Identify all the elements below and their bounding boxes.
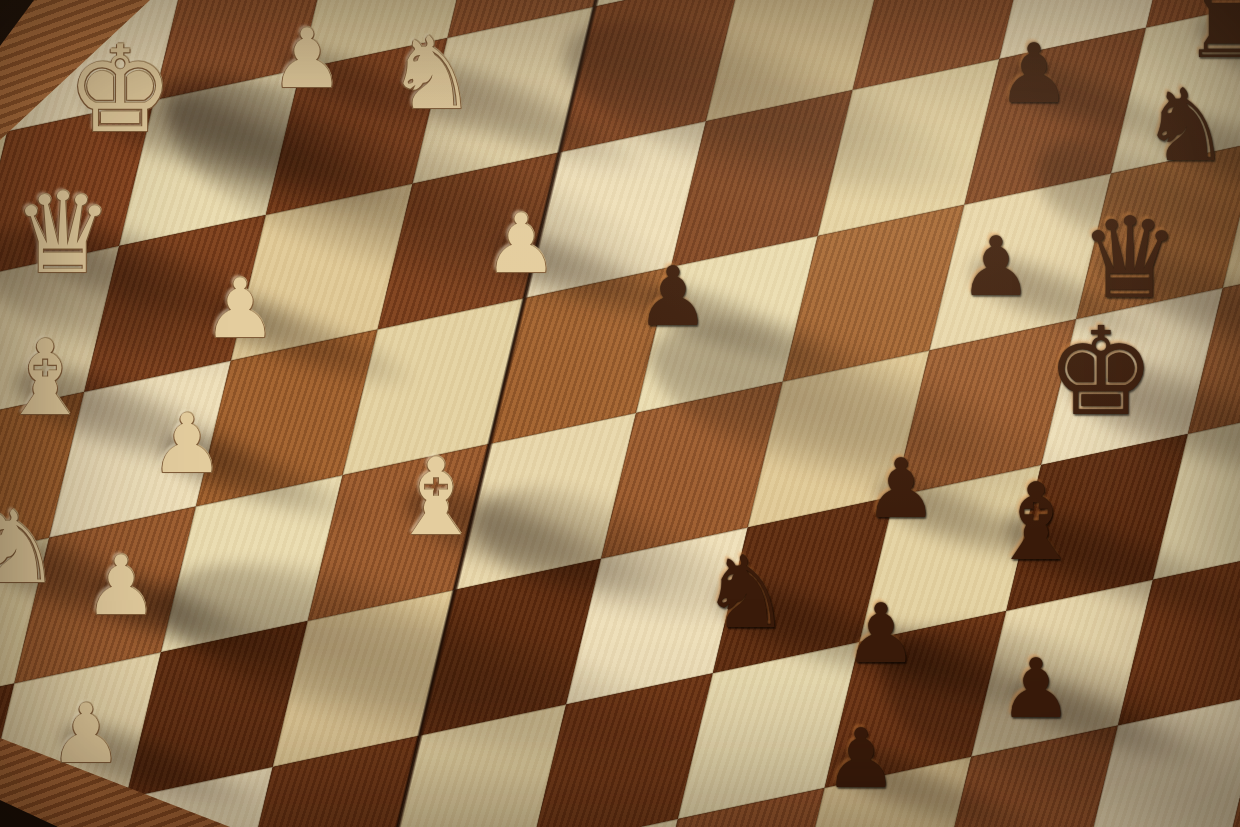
piece-black-knight[interactable]: ♞ [701,543,791,643]
piece-black-pawn[interactable]: ♟ [959,226,1033,308]
piece-white-pawn[interactable]: ♟ [484,203,558,285]
piece-white-pawn[interactable]: ♟ [203,268,277,350]
piece-white-queen[interactable]: ♛ [13,177,113,289]
piece-white-pawn[interactable]: ♟ [84,545,158,627]
piece-black-pawn[interactable]: ♟ [636,256,710,338]
piece-white-king[interactable]: ♚ [66,30,174,150]
piece-black-bishop[interactable]: ♝ [988,470,1083,576]
piece-black-knight[interactable]: ♞ [1141,76,1231,176]
piece-black-pawn[interactable]: ♟ [997,33,1071,115]
piece-black-pawn[interactable]: ♟ [824,718,898,800]
piece-layer: ♜♟♟♞♚♞♛♟♛♟♟♟♚♝♟♟♝♝♞♟♞♟♟♟♟ [0,0,1240,827]
piece-white-knight[interactable]: ♞ [387,24,477,124]
piece-black-pawn[interactable]: ♟ [844,593,918,675]
piece-white-bishop[interactable]: ♝ [388,445,483,551]
piece-black-pawn[interactable]: ♟ [999,648,1073,730]
piece-white-knight[interactable]: ♞ [0,498,61,598]
piece-black-king[interactable]: ♚ [1046,311,1155,433]
chessboard-photo: ♜♟♟♞♚♞♛♟♛♟♟♟♚♝♟♟♝♝♞♟♞♟♟♟♟ [0,0,1240,827]
piece-black-pawn[interactable]: ♟ [864,448,938,530]
piece-white-bishop[interactable]: ♝ [0,326,92,430]
piece-white-pawn[interactable]: ♟ [270,18,344,100]
piece-black-rook[interactable]: ♜ [1183,0,1240,72]
piece-white-pawn[interactable]: ♟ [150,403,224,485]
piece-white-pawn[interactable]: ♟ [49,693,123,775]
piece-black-queen[interactable]: ♛ [1080,202,1180,314]
